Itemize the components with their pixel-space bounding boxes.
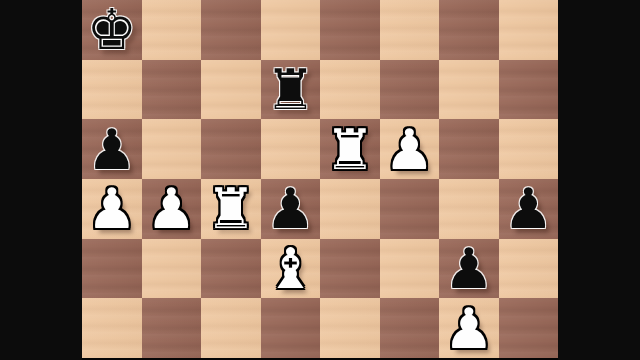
square-b6[interactable] (142, 60, 202, 120)
piece-white-bishop[interactable]: ♝ (265, 239, 315, 298)
square-h4[interactable]: ♟ (499, 179, 559, 239)
piece-black-pawn[interactable]: ♟ (87, 120, 137, 179)
square-d6[interactable]: ♜ (261, 60, 321, 120)
square-e7[interactable] (320, 0, 380, 60)
square-h7[interactable] (499, 0, 559, 60)
square-f4[interactable] (380, 179, 440, 239)
square-b7[interactable] (142, 0, 202, 60)
square-g3[interactable]: ♟ (439, 239, 499, 299)
square-c6[interactable] (201, 60, 261, 120)
video-frame: ♚♜♟♜♟♟♟♜♟♟♝♟♟ (0, 0, 640, 360)
square-c4[interactable]: ♜ (201, 179, 261, 239)
square-h2[interactable] (499, 298, 559, 358)
square-a4[interactable]: ♟ (82, 179, 142, 239)
piece-black-rook[interactable]: ♜ (265, 60, 315, 119)
square-g4[interactable] (439, 179, 499, 239)
square-e6[interactable] (320, 60, 380, 120)
square-h6[interactable] (499, 60, 559, 120)
square-a3[interactable] (82, 239, 142, 299)
square-e2[interactable] (320, 298, 380, 358)
piece-black-pawn[interactable]: ♟ (503, 179, 553, 238)
piece-white-rook[interactable]: ♜ (325, 120, 375, 179)
square-e5[interactable]: ♜ (320, 119, 380, 179)
square-f2[interactable] (380, 298, 440, 358)
piece-white-pawn[interactable]: ♟ (87, 179, 137, 238)
piece-white-pawn[interactable]: ♟ (444, 299, 494, 358)
square-a2[interactable] (82, 298, 142, 358)
piece-white-pawn[interactable]: ♟ (146, 179, 196, 238)
piece-black-king[interactable]: ♚ (87, 0, 137, 59)
piece-black-pawn[interactable]: ♟ (444, 239, 494, 298)
square-b2[interactable] (142, 298, 202, 358)
square-a5[interactable]: ♟ (82, 119, 142, 179)
square-d5[interactable] (261, 119, 321, 179)
square-a6[interactable] (82, 60, 142, 120)
square-f7[interactable] (380, 0, 440, 60)
piece-white-rook[interactable]: ♜ (206, 179, 256, 238)
square-b3[interactable] (142, 239, 202, 299)
square-a7[interactable]: ♚ (82, 0, 142, 60)
square-c3[interactable] (201, 239, 261, 299)
square-g6[interactable] (439, 60, 499, 120)
square-d2[interactable] (261, 298, 321, 358)
left-black-bar (0, 0, 82, 360)
square-b4[interactable]: ♟ (142, 179, 202, 239)
square-e4[interactable] (320, 179, 380, 239)
square-d3[interactable]: ♝ (261, 239, 321, 299)
piece-white-pawn[interactable]: ♟ (384, 120, 434, 179)
square-h5[interactable] (499, 119, 559, 179)
piece-black-pawn[interactable]: ♟ (265, 179, 315, 238)
square-f5[interactable]: ♟ (380, 119, 440, 179)
square-h3[interactable] (499, 239, 559, 299)
square-f3[interactable] (380, 239, 440, 299)
square-b5[interactable] (142, 119, 202, 179)
square-c7[interactable] (201, 0, 261, 60)
square-e3[interactable] (320, 239, 380, 299)
right-black-bar (558, 0, 640, 360)
square-d7[interactable] (261, 0, 321, 60)
chess-board: ♚♜♟♜♟♟♟♜♟♟♝♟♟ (82, 0, 558, 358)
square-f6[interactable] (380, 60, 440, 120)
square-c5[interactable] (201, 119, 261, 179)
square-d4[interactable]: ♟ (261, 179, 321, 239)
square-g2[interactable]: ♟ (439, 298, 499, 358)
square-g7[interactable] (439, 0, 499, 60)
square-c2[interactable] (201, 298, 261, 358)
square-g5[interactable] (439, 119, 499, 179)
